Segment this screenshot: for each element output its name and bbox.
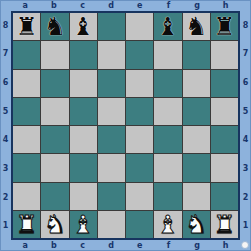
square-a3[interactable] bbox=[13, 154, 40, 181]
square-g2[interactable] bbox=[183, 183, 210, 210]
square-g8[interactable]: ♞ bbox=[183, 13, 210, 40]
rank-label: 2 bbox=[0, 183, 11, 212]
file-label: e bbox=[126, 240, 155, 251]
square-b7[interactable] bbox=[41, 41, 68, 68]
file-label: a bbox=[11, 0, 40, 11]
file-label: a bbox=[11, 240, 40, 251]
square-h1[interactable]: ♜ bbox=[211, 211, 238, 238]
square-g7[interactable] bbox=[183, 41, 210, 68]
square-d1[interactable] bbox=[98, 211, 125, 238]
square-c4[interactable] bbox=[70, 126, 97, 153]
piece-black-rook[interactable]: ♜ bbox=[15, 14, 37, 39]
square-g6[interactable] bbox=[183, 70, 210, 97]
square-f2[interactable] bbox=[154, 183, 181, 210]
square-d5[interactable] bbox=[98, 98, 125, 125]
square-h7[interactable] bbox=[211, 41, 238, 68]
piece-black-rook[interactable]: ♜ bbox=[213, 14, 235, 39]
file-label: f bbox=[154, 240, 183, 251]
square-h2[interactable] bbox=[211, 183, 238, 210]
square-h8[interactable]: ♜ bbox=[211, 13, 238, 40]
square-a4[interactable] bbox=[13, 126, 40, 153]
file-label: e bbox=[126, 0, 155, 11]
file-labels-bottom: abcdefgh bbox=[11, 240, 240, 251]
square-a7[interactable] bbox=[13, 41, 40, 68]
square-e3[interactable] bbox=[126, 154, 153, 181]
square-d8[interactable] bbox=[98, 13, 125, 40]
square-f3[interactable] bbox=[154, 154, 181, 181]
square-b5[interactable] bbox=[41, 98, 68, 125]
piece-black-knight[interactable]: ♞ bbox=[185, 14, 207, 39]
rank-labels-left: 87654321 bbox=[0, 11, 11, 240]
square-d4[interactable] bbox=[98, 126, 125, 153]
file-label: c bbox=[68, 0, 97, 11]
square-h5[interactable] bbox=[211, 98, 238, 125]
square-e8[interactable] bbox=[126, 13, 153, 40]
square-h4[interactable] bbox=[211, 126, 238, 153]
file-label: g bbox=[183, 0, 212, 11]
square-a1[interactable]: ♜ bbox=[13, 211, 40, 238]
square-e2[interactable] bbox=[126, 183, 153, 210]
piece-white-knight[interactable]: ♞ bbox=[185, 212, 207, 237]
square-c1[interactable]: ♝ bbox=[70, 211, 97, 238]
rank-label: 6 bbox=[0, 68, 11, 97]
square-f1[interactable]: ♝ bbox=[154, 211, 181, 238]
file-label: h bbox=[211, 240, 240, 251]
rank-label: 2 bbox=[240, 183, 251, 212]
square-e4[interactable] bbox=[126, 126, 153, 153]
square-e7[interactable] bbox=[126, 41, 153, 68]
rank-label: 5 bbox=[240, 97, 251, 126]
rank-label: 8 bbox=[0, 11, 11, 40]
square-b2[interactable] bbox=[41, 183, 68, 210]
square-g1[interactable]: ♞ bbox=[183, 211, 210, 238]
piece-white-knight[interactable]: ♞ bbox=[44, 212, 66, 237]
square-a2[interactable] bbox=[13, 183, 40, 210]
file-label: g bbox=[183, 240, 212, 251]
file-label: d bbox=[97, 0, 126, 11]
square-d7[interactable] bbox=[98, 41, 125, 68]
square-h3[interactable] bbox=[211, 154, 238, 181]
chess-diagram: abcdefgh abcdefgh 87654321 87654321 ♜♞♝♝… bbox=[0, 0, 251, 251]
file-label: h bbox=[211, 0, 240, 11]
square-g5[interactable] bbox=[183, 98, 210, 125]
square-a5[interactable] bbox=[13, 98, 40, 125]
rank-labels-right: 87654321 bbox=[240, 11, 251, 240]
square-h6[interactable] bbox=[211, 70, 238, 97]
rank-label: 3 bbox=[0, 154, 11, 183]
rank-label: 4 bbox=[240, 126, 251, 155]
square-b1[interactable]: ♞ bbox=[41, 211, 68, 238]
chess-board: ♜♞♝♝♞♜♜♞♝♝♞♜ bbox=[11, 11, 240, 240]
piece-white-rook[interactable]: ♜ bbox=[213, 212, 235, 237]
square-f7[interactable] bbox=[154, 41, 181, 68]
white-to-move-indicator bbox=[241, 241, 249, 249]
rank-label: 5 bbox=[0, 97, 11, 126]
square-a8[interactable]: ♜ bbox=[13, 13, 40, 40]
rank-label: 1 bbox=[240, 211, 251, 240]
square-e1[interactable] bbox=[126, 211, 153, 238]
square-g4[interactable] bbox=[183, 126, 210, 153]
rank-label: 4 bbox=[0, 126, 11, 155]
square-c8[interactable]: ♝ bbox=[70, 13, 97, 40]
square-g3[interactable] bbox=[183, 154, 210, 181]
file-labels-top: abcdefgh bbox=[11, 0, 240, 11]
piece-black-knight[interactable]: ♞ bbox=[44, 14, 66, 39]
square-f5[interactable] bbox=[154, 98, 181, 125]
rank-label: 6 bbox=[240, 68, 251, 97]
file-label: c bbox=[68, 240, 97, 251]
rank-label: 8 bbox=[240, 11, 251, 40]
square-c3[interactable] bbox=[70, 154, 97, 181]
square-b4[interactable] bbox=[41, 126, 68, 153]
square-b3[interactable] bbox=[41, 154, 68, 181]
square-d3[interactable] bbox=[98, 154, 125, 181]
piece-white-bishop[interactable]: ♝ bbox=[72, 212, 94, 237]
piece-black-bishop[interactable]: ♝ bbox=[72, 14, 94, 39]
rank-label: 1 bbox=[0, 211, 11, 240]
square-f6[interactable] bbox=[154, 70, 181, 97]
square-e6[interactable] bbox=[126, 70, 153, 97]
square-e5[interactable] bbox=[126, 98, 153, 125]
square-c2[interactable] bbox=[70, 183, 97, 210]
square-c7[interactable] bbox=[70, 41, 97, 68]
square-d2[interactable] bbox=[98, 183, 125, 210]
file-label: b bbox=[40, 240, 69, 251]
piece-black-bishop[interactable]: ♝ bbox=[157, 14, 179, 39]
square-d6[interactable] bbox=[98, 70, 125, 97]
square-f8[interactable]: ♝ bbox=[154, 13, 181, 40]
piece-white-rook[interactable]: ♜ bbox=[15, 212, 37, 237]
square-f4[interactable] bbox=[154, 126, 181, 153]
file-label: d bbox=[97, 240, 126, 251]
file-label: f bbox=[154, 0, 183, 11]
piece-white-bishop[interactable]: ♝ bbox=[157, 212, 179, 237]
square-c6[interactable] bbox=[70, 70, 97, 97]
rank-label: 7 bbox=[0, 40, 11, 69]
file-label: b bbox=[40, 0, 69, 11]
square-c5[interactable] bbox=[70, 98, 97, 125]
rank-label: 7 bbox=[240, 40, 251, 69]
square-a6[interactable] bbox=[13, 70, 40, 97]
square-b8[interactable]: ♞ bbox=[41, 13, 68, 40]
rank-label: 3 bbox=[240, 154, 251, 183]
square-b6[interactable] bbox=[41, 70, 68, 97]
